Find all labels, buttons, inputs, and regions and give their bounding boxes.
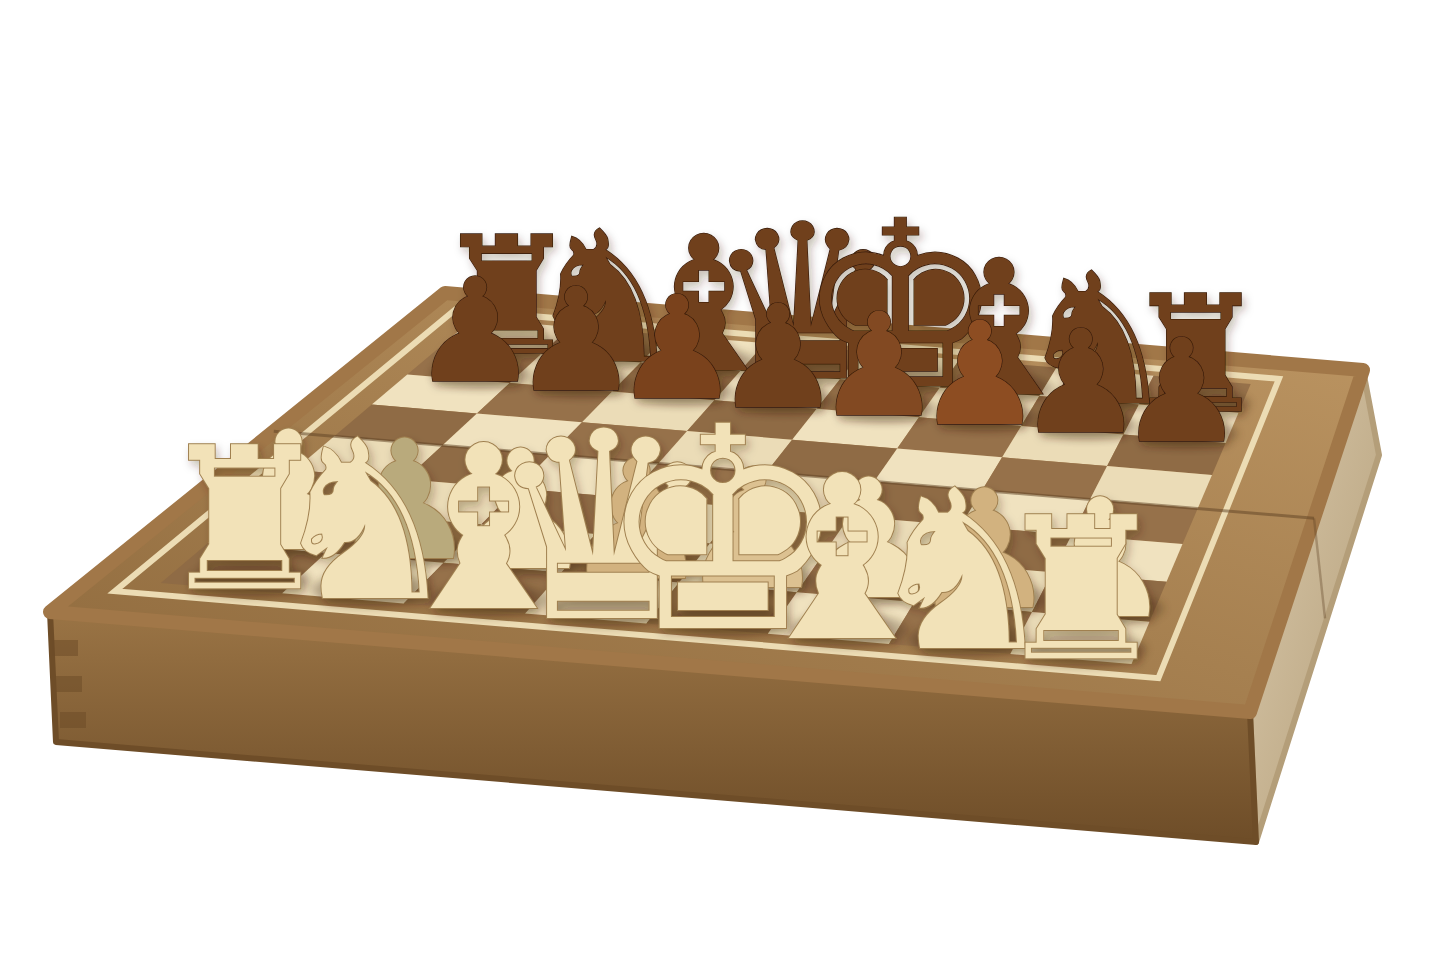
dovetail-joint <box>56 676 82 692</box>
piece-black-pawn-h7[interactable]: ♟ <box>1118 308 1246 475</box>
piece-white-rook-h1[interactable]: ♜ <box>993 475 1170 704</box>
chess-set-photo: ♜♞♝♛♚♝♞♜♟♟♟♟♟♟♟♟♟♟♟♟♟♟♟♟♜♞♝♛♚♝♞♜ <box>0 0 1445 963</box>
dovetail-joint <box>60 712 86 728</box>
chess-board: ♜♞♝♛♚♝♞♜♟♟♟♟♟♟♟♟♟♟♟♟♟♟♟♟♜♞♝♛♚♝♞♜ <box>0 0 1445 963</box>
dovetail-joint <box>52 640 78 656</box>
pieces-layer: ♜♞♝♛♚♝♞♜♟♟♟♟♟♟♟♟♟♟♟♟♟♟♟♟♜♞♝♛♚♝♞♜ <box>156 172 1268 704</box>
